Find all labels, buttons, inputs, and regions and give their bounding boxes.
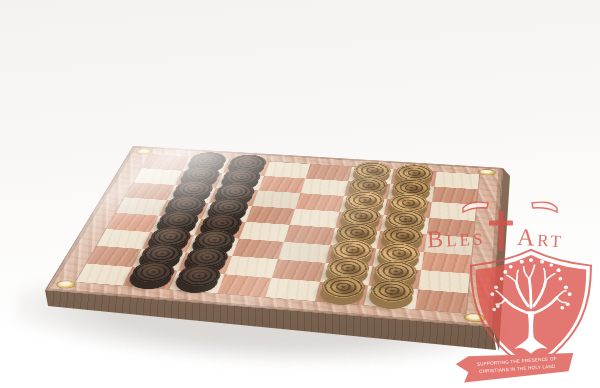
brass-corner-dot — [56, 280, 76, 288]
blest-art-watermark: SUPPORTING THE PRESENCE OF CHRISTIANS IN… — [405, 192, 600, 388]
square — [252, 190, 301, 208]
light-piece — [317, 280, 365, 306]
slogan-banner: SUPPORTING THE PRESENCE OF CHRISTIANS IN… — [452, 344, 578, 387]
brand-text-bles: BLES — [426, 223, 486, 253]
square — [295, 193, 343, 211]
square — [217, 274, 272, 297]
cross-icon — [487, 210, 515, 252]
dark-piece — [172, 269, 222, 294]
brand-text-art: ART — [517, 224, 565, 253]
square — [106, 213, 158, 232]
product-photo-scene: SUPPORTING THE PRESENCE OF CHRISTIANS IN… — [0, 0, 600, 388]
square — [265, 278, 320, 301]
brand-logo: BLES ART — [427, 204, 564, 252]
brass-corner-dot — [479, 169, 495, 175]
square — [278, 242, 330, 263]
